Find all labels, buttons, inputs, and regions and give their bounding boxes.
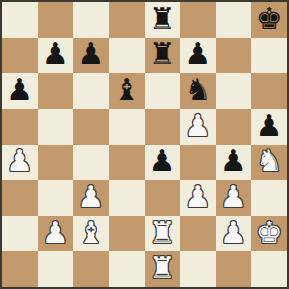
square-h7[interactable] (251, 38, 287, 74)
square-c4[interactable] (73, 145, 109, 181)
white-king[interactable]: ♚ (256, 218, 283, 248)
square-d7[interactable] (109, 38, 145, 74)
square-f3[interactable]: ♟ (180, 180, 216, 216)
square-e4[interactable]: ♟ (145, 145, 181, 181)
square-c5[interactable] (73, 109, 109, 145)
square-h2[interactable]: ♚ (251, 216, 287, 252)
square-f1[interactable] (180, 251, 216, 287)
square-h6[interactable] (251, 73, 287, 109)
square-b3[interactable] (38, 180, 74, 216)
square-a5[interactable] (2, 109, 38, 145)
square-g3[interactable]: ♟ (216, 180, 252, 216)
square-d3[interactable] (109, 180, 145, 216)
white-knight[interactable]: ♞ (256, 146, 283, 176)
black-bishop[interactable]: ♝ (113, 75, 140, 105)
square-e7[interactable]: ♜ (145, 38, 181, 74)
square-b2[interactable]: ♟ (38, 216, 74, 252)
black-king[interactable]: ♚ (256, 4, 283, 34)
square-e5[interactable] (145, 109, 181, 145)
black-pawn[interactable]: ♟ (220, 146, 247, 176)
square-d4[interactable] (109, 145, 145, 181)
square-e3[interactable] (145, 180, 181, 216)
white-rook[interactable]: ♜ (149, 253, 176, 283)
square-c7[interactable]: ♟ (73, 38, 109, 74)
square-f4[interactable] (180, 145, 216, 181)
square-a6[interactable]: ♟ (2, 73, 38, 109)
white-pawn[interactable]: ♟ (220, 182, 247, 212)
square-d1[interactable] (109, 251, 145, 287)
square-h4[interactable]: ♞ (251, 145, 287, 181)
square-e2[interactable]: ♜ (145, 216, 181, 252)
white-pawn[interactable]: ♟ (6, 146, 33, 176)
square-c2[interactable]: ♝ (73, 216, 109, 252)
square-c6[interactable] (73, 73, 109, 109)
square-d2[interactable] (109, 216, 145, 252)
square-b5[interactable] (38, 109, 74, 145)
square-f8[interactable] (180, 2, 216, 38)
white-pawn[interactable]: ♟ (78, 182, 105, 212)
square-g1[interactable] (216, 251, 252, 287)
square-e6[interactable] (145, 73, 181, 109)
square-g4[interactable]: ♟ (216, 145, 252, 181)
chess-board-container: ♜♚♟♟♜♟♟♝♞♟♟♟♟♟♞♟♟♟♟♝♜♟♚♜ (0, 0, 289, 289)
square-g6[interactable] (216, 73, 252, 109)
square-h1[interactable] (251, 251, 287, 287)
white-rook[interactable]: ♜ (149, 218, 176, 248)
square-a3[interactable] (2, 180, 38, 216)
chess-board: ♜♚♟♟♜♟♟♝♞♟♟♟♟♟♞♟♟♟♟♝♜♟♚♜ (0, 0, 289, 289)
square-h5[interactable]: ♟ (251, 109, 287, 145)
square-b7[interactable]: ♟ (38, 38, 74, 74)
black-rook[interactable]: ♜ (149, 4, 176, 34)
square-b1[interactable] (38, 251, 74, 287)
square-c1[interactable] (73, 251, 109, 287)
white-pawn[interactable]: ♟ (184, 182, 211, 212)
black-pawn[interactable]: ♟ (6, 75, 33, 105)
square-e1[interactable]: ♜ (145, 251, 181, 287)
black-pawn[interactable]: ♟ (184, 39, 211, 69)
square-e8[interactable]: ♜ (145, 2, 181, 38)
square-a1[interactable] (2, 251, 38, 287)
white-pawn[interactable]: ♟ (184, 111, 211, 141)
square-a2[interactable] (2, 216, 38, 252)
square-g2[interactable]: ♟ (216, 216, 252, 252)
black-pawn[interactable]: ♟ (42, 39, 69, 69)
square-d6[interactable]: ♝ (109, 73, 145, 109)
square-d5[interactable] (109, 109, 145, 145)
white-bishop[interactable]: ♝ (78, 218, 105, 248)
square-a7[interactable] (2, 38, 38, 74)
square-d8[interactable] (109, 2, 145, 38)
square-c8[interactable] (73, 2, 109, 38)
black-pawn[interactable]: ♟ (149, 146, 176, 176)
square-a8[interactable] (2, 2, 38, 38)
square-h3[interactable] (251, 180, 287, 216)
square-g7[interactable] (216, 38, 252, 74)
square-h8[interactable]: ♚ (251, 2, 287, 38)
white-pawn[interactable]: ♟ (42, 218, 69, 248)
black-pawn[interactable]: ♟ (256, 111, 283, 141)
square-g5[interactable] (216, 109, 252, 145)
black-rook[interactable]: ♜ (149, 39, 176, 69)
square-g8[interactable] (216, 2, 252, 38)
black-pawn[interactable]: ♟ (78, 39, 105, 69)
square-f5[interactable]: ♟ (180, 109, 216, 145)
square-c3[interactable]: ♟ (73, 180, 109, 216)
black-knight[interactable]: ♞ (184, 75, 211, 105)
square-b8[interactable] (38, 2, 74, 38)
square-f6[interactable]: ♞ (180, 73, 216, 109)
square-a4[interactable]: ♟ (2, 145, 38, 181)
square-f2[interactable] (180, 216, 216, 252)
white-pawn[interactable]: ♟ (220, 218, 247, 248)
square-f7[interactable]: ♟ (180, 38, 216, 74)
square-b6[interactable] (38, 73, 74, 109)
square-b4[interactable] (38, 145, 74, 181)
